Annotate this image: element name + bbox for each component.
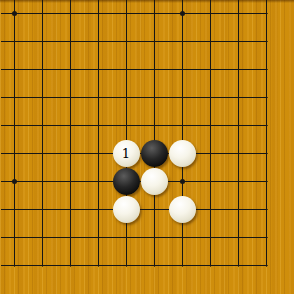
intersection-r1[interactable] [197,252,225,280]
intersection-l4[interactable] [29,168,57,196]
intersection-q8[interactable] [169,56,197,84]
intersection-s2[interactable] [225,224,253,252]
board-grid: 1 [1,0,281,280]
intersection-s4[interactable] [225,168,253,196]
intersection-o1[interactable] [113,252,141,280]
intersection-q9[interactable] [169,28,197,56]
intersection-k1[interactable] [1,252,29,280]
intersection-r9[interactable] [197,28,225,56]
white-stone-o3 [113,196,140,223]
move-number-label: 1 [122,146,130,159]
intersection-s10[interactable] [225,0,253,28]
intersection-t8[interactable] [253,56,281,84]
intersection-p7[interactable] [141,84,169,112]
intersection-n1[interactable] [85,252,113,280]
intersection-n9[interactable] [85,28,113,56]
intersection-l10[interactable] [29,0,57,28]
intersection-s8[interactable] [225,56,253,84]
intersection-l3[interactable] [29,196,57,224]
intersection-o3[interactable] [113,196,141,224]
intersection-l8[interactable] [29,56,57,84]
intersection-n10[interactable] [85,0,113,28]
intersection-m1[interactable] [57,252,85,280]
intersection-q2[interactable] [169,224,197,252]
intersection-t4[interactable] [253,168,281,196]
star-point-k4 [12,179,17,184]
intersection-k8[interactable] [1,56,29,84]
intersection-s5[interactable] [225,140,253,168]
intersection-n3[interactable] [85,196,113,224]
intersection-n6[interactable] [85,112,113,140]
intersection-q3[interactable] [169,196,197,224]
intersection-p5[interactable] [141,140,169,168]
intersection-t3[interactable] [253,196,281,224]
intersection-p4[interactable] [141,168,169,196]
intersection-k3[interactable] [1,196,29,224]
intersection-l1[interactable] [29,252,57,280]
intersection-t10[interactable] [253,0,281,28]
intersection-t7[interactable] [253,84,281,112]
intersection-o7[interactable] [113,84,141,112]
intersection-r5[interactable] [197,140,225,168]
intersection-o9[interactable] [113,28,141,56]
intersection-k9[interactable] [1,28,29,56]
intersection-l7[interactable] [29,84,57,112]
intersection-t9[interactable] [253,28,281,56]
black-stone-p5 [141,140,168,167]
intersection-k2[interactable] [1,224,29,252]
intersection-o8[interactable] [113,56,141,84]
intersection-q10[interactable] [169,0,197,28]
intersection-r3[interactable] [197,196,225,224]
intersection-t1[interactable] [253,252,281,280]
white-stone-p4 [141,168,168,195]
intersection-s1[interactable] [225,252,253,280]
intersection-k6[interactable] [1,112,29,140]
white-stone-q5 [169,140,196,167]
intersection-t2[interactable] [253,224,281,252]
intersection-m4[interactable] [57,168,85,196]
intersection-s7[interactable] [225,84,253,112]
intersection-o2[interactable] [113,224,141,252]
go-board: 1 [0,0,294,294]
intersection-n8[interactable] [85,56,113,84]
intersection-p10[interactable] [141,0,169,28]
intersection-q4[interactable] [169,168,197,196]
intersection-p6[interactable] [141,112,169,140]
intersection-n2[interactable] [85,224,113,252]
intersection-r8[interactable] [197,56,225,84]
intersection-s3[interactable] [225,196,253,224]
intersection-p3[interactable] [141,196,169,224]
intersection-q1[interactable] [169,252,197,280]
intersection-r2[interactable] [197,224,225,252]
intersection-k7[interactable] [1,84,29,112]
intersection-n7[interactable] [85,84,113,112]
intersection-s9[interactable] [225,28,253,56]
intersection-k5[interactable] [1,140,29,168]
intersection-s6[interactable] [225,112,253,140]
intersection-o10[interactable] [113,0,141,28]
intersection-p1[interactable] [141,252,169,280]
intersection-o6[interactable] [113,112,141,140]
intersection-m8[interactable] [57,56,85,84]
intersection-r7[interactable] [197,84,225,112]
star-point-q4 [180,179,185,184]
intersection-l6[interactable] [29,112,57,140]
intersection-r4[interactable] [197,168,225,196]
intersection-m5[interactable] [57,140,85,168]
intersection-l2[interactable] [29,224,57,252]
intersection-n5[interactable] [85,140,113,168]
intersection-o4[interactable] [113,168,141,196]
star-point-k10 [12,11,17,16]
intersection-m6[interactable] [57,112,85,140]
intersection-p9[interactable] [141,28,169,56]
intersection-t6[interactable] [253,112,281,140]
intersection-p8[interactable] [141,56,169,84]
white-stone-q3 [169,196,196,223]
intersection-p2[interactable] [141,224,169,252]
intersection-l5[interactable] [29,140,57,168]
intersection-q7[interactable] [169,84,197,112]
star-point-q10 [180,11,185,16]
intersection-m7[interactable] [57,84,85,112]
intersection-m3[interactable] [57,196,85,224]
intersection-r10[interactable] [197,0,225,28]
intersection-o5[interactable]: 1 [113,140,141,168]
intersection-n4[interactable] [85,168,113,196]
intersection-q6[interactable] [169,112,197,140]
intersection-l9[interactable] [29,28,57,56]
intersection-m2[interactable] [57,224,85,252]
intersection-m10[interactable] [57,0,85,28]
intersection-k10[interactable] [1,0,29,28]
intersection-r6[interactable] [197,112,225,140]
intersection-m9[interactable] [57,28,85,56]
intersection-q5[interactable] [169,140,197,168]
intersection-t5[interactable] [253,140,281,168]
white-stone-o5: 1 [113,140,140,167]
intersection-k4[interactable] [1,168,29,196]
black-stone-o4 [113,168,140,195]
